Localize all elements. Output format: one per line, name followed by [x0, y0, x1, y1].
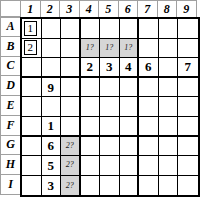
cell-I2[interactable]: 3 — [42, 176, 62, 196]
cell-I7[interactable] — [139, 176, 159, 196]
cell-G8[interactable] — [159, 137, 179, 157]
candidate-mark: 2? — [66, 161, 74, 169]
cell-A2[interactable] — [42, 19, 62, 39]
cell-E3[interactable] — [61, 97, 81, 117]
cell-F3[interactable] — [61, 117, 81, 137]
cell-D9[interactable] — [178, 78, 198, 98]
boxed-digit: 1 — [24, 21, 37, 36]
cell-C1[interactable] — [22, 58, 42, 78]
row-label-D: D — [0, 76, 21, 96]
cell-H3[interactable]: 2? — [61, 156, 81, 176]
cell-I4[interactable] — [81, 176, 101, 196]
cell-I6[interactable] — [120, 176, 140, 196]
cell-C4[interactable]: 2 — [81, 58, 101, 78]
cell-E1[interactable] — [22, 97, 42, 117]
cell-B5[interactable]: 1? — [100, 39, 120, 59]
given-digit: 2 — [87, 60, 94, 73]
cell-F7[interactable] — [139, 117, 159, 137]
candidate-mark: 2? — [66, 182, 74, 190]
cell-B9[interactable] — [178, 39, 198, 59]
candidate-mark: 1? — [105, 44, 113, 52]
cell-G7[interactable] — [139, 137, 159, 157]
cell-A6[interactable] — [120, 19, 140, 39]
given-digit: 9 — [48, 81, 55, 94]
corner-cell — [0, 0, 21, 17]
cell-E9[interactable] — [178, 97, 198, 117]
cell-H6[interactable] — [120, 156, 140, 176]
given-digit: 6 — [145, 60, 152, 73]
cell-F8[interactable] — [159, 117, 179, 137]
cell-G6[interactable] — [120, 137, 140, 157]
col-header-5: 5 — [99, 0, 119, 17]
col-header-3: 3 — [60, 0, 80, 17]
cell-H4[interactable] — [81, 156, 101, 176]
cell-A7[interactable] — [139, 19, 159, 39]
row-label-I: I — [0, 175, 21, 195]
row-label-A: A — [0, 17, 21, 37]
cell-F9[interactable] — [178, 117, 198, 137]
cell-D6[interactable] — [120, 78, 140, 98]
cell-F5[interactable] — [100, 117, 120, 137]
candidate-mark: 1? — [124, 44, 132, 52]
row-label-G: G — [0, 136, 21, 156]
sudoku-diagram: 123456789 ABCDEFGHI 121?1?1?234679162?52… — [0, 0, 200, 198]
col-header-9: 9 — [177, 0, 197, 17]
cell-E7[interactable] — [139, 97, 159, 117]
cell-I9[interactable] — [178, 176, 198, 196]
cell-A5[interactable] — [100, 19, 120, 39]
cell-D4[interactable] — [81, 78, 101, 98]
cell-D7[interactable] — [139, 78, 159, 98]
cell-B8[interactable] — [159, 39, 179, 59]
cell-E4[interactable] — [81, 97, 101, 117]
col-header-6: 6 — [119, 0, 139, 17]
column-headers: 123456789 — [21, 0, 197, 17]
cell-A8[interactable] — [159, 19, 179, 39]
cell-B7[interactable] — [139, 39, 159, 59]
sudoku-board: 121?1?1?234679162?52?32? — [20, 17, 200, 197]
cell-E6[interactable] — [120, 97, 140, 117]
row-label-C: C — [0, 57, 21, 77]
cell-D1[interactable] — [22, 78, 42, 98]
cell-D3[interactable] — [61, 78, 81, 98]
cell-G5[interactable] — [100, 137, 120, 157]
given-digit: 3 — [106, 60, 113, 73]
cell-F6[interactable] — [120, 117, 140, 137]
cell-F4[interactable] — [81, 117, 101, 137]
cell-D8[interactable] — [159, 78, 179, 98]
cell-I8[interactable] — [159, 176, 179, 196]
cell-C5[interactable]: 3 — [100, 58, 120, 78]
cell-H8[interactable] — [159, 156, 179, 176]
cell-A3[interactable] — [61, 19, 81, 39]
cell-G2[interactable]: 6 — [42, 137, 62, 157]
cell-G9[interactable] — [178, 137, 198, 157]
cell-D5[interactable] — [100, 78, 120, 98]
cell-C8[interactable] — [159, 58, 179, 78]
given-digit: 3 — [48, 179, 55, 192]
cell-H9[interactable] — [178, 156, 198, 176]
cell-H7[interactable] — [139, 156, 159, 176]
cell-B3[interactable] — [61, 39, 81, 59]
cell-D2[interactable]: 9 — [42, 78, 62, 98]
cell-B6[interactable]: 1? — [120, 39, 140, 59]
candidate-mark: 1? — [86, 44, 94, 52]
given-digit: 6 — [48, 139, 55, 152]
cell-H1[interactable] — [22, 156, 42, 176]
row-label-E: E — [0, 96, 21, 116]
given-digit: 7 — [185, 60, 192, 73]
cell-B2[interactable] — [42, 39, 62, 59]
col-header-1: 1 — [21, 0, 41, 17]
cell-H2[interactable]: 5 — [42, 156, 62, 176]
cell-I5[interactable] — [100, 176, 120, 196]
cell-A4[interactable] — [81, 19, 101, 39]
cell-E8[interactable] — [159, 97, 179, 117]
cell-E2[interactable] — [42, 97, 62, 117]
cell-G3[interactable]: 2? — [61, 137, 81, 157]
cell-G4[interactable] — [81, 137, 101, 157]
cell-C7[interactable]: 6 — [139, 58, 159, 78]
cell-F1[interactable] — [22, 117, 42, 137]
given-digit: 4 — [125, 60, 132, 73]
cell-C6[interactable]: 4 — [120, 58, 140, 78]
cell-G1[interactable] — [22, 137, 42, 157]
cell-F2[interactable]: 1 — [42, 117, 62, 137]
col-header-7: 7 — [138, 0, 158, 17]
row-labels: ABCDEFGHI — [0, 17, 21, 195]
cell-B1[interactable]: 2 — [22, 39, 42, 59]
row-label-B: B — [0, 37, 21, 57]
boxed-digit: 2 — [24, 40, 37, 55]
cell-B4[interactable]: 1? — [81, 39, 101, 59]
col-header-4: 4 — [80, 0, 100, 17]
candidate-mark: 2? — [66, 142, 74, 150]
cell-C2[interactable] — [42, 58, 62, 78]
given-digit: 5 — [48, 159, 55, 172]
cell-E5[interactable] — [100, 97, 120, 117]
col-header-2: 2 — [41, 0, 61, 17]
given-digit: 1 — [48, 119, 55, 132]
cell-I3[interactable]: 2? — [61, 176, 81, 196]
col-header-8: 8 — [158, 0, 178, 17]
cell-A1[interactable]: 1 — [22, 19, 42, 39]
cell-H5[interactable] — [100, 156, 120, 176]
cell-C3[interactable] — [61, 58, 81, 78]
cell-I1[interactable] — [22, 176, 42, 196]
row-label-F: F — [0, 116, 21, 136]
cell-C9[interactable]: 7 — [178, 58, 198, 78]
row-label-H: H — [0, 155, 21, 175]
cell-A9[interactable] — [178, 19, 198, 39]
